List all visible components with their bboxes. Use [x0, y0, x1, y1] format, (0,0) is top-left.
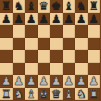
- piece-white-king: ♚: [39, 87, 49, 100]
- square-g1[interactable]: ♞: [75, 88, 88, 101]
- square-e5[interactable]: [50, 38, 63, 51]
- piece-black-pawn: ♟: [51, 12, 61, 25]
- piece-black-pawn: ♟: [39, 12, 49, 25]
- square-f6[interactable]: [63, 25, 76, 38]
- piece-white-knight: ♞: [14, 87, 24, 100]
- square-h1[interactable]: ♜: [88, 88, 101, 101]
- square-e7[interactable]: ♟: [50, 13, 63, 26]
- square-c5[interactable]: [25, 38, 38, 51]
- square-b5[interactable]: [13, 38, 26, 51]
- piece-black-pawn: ♟: [26, 12, 36, 25]
- square-c6[interactable]: [25, 25, 38, 38]
- square-a6[interactable]: [0, 25, 13, 38]
- piece-white-bishop: ♝: [26, 87, 36, 100]
- piece-white-knight: ♞: [76, 87, 86, 100]
- square-g5[interactable]: [75, 38, 88, 51]
- piece-black-pawn: ♟: [64, 12, 74, 25]
- square-g4[interactable]: [75, 50, 88, 63]
- square-g7[interactable]: ♟: [75, 13, 88, 26]
- square-b7[interactable]: ♟: [13, 13, 26, 26]
- square-a7[interactable]: ♟: [0, 13, 13, 26]
- square-c4[interactable]: [25, 50, 38, 63]
- square-h6[interactable]: [88, 25, 101, 38]
- square-c1[interactable]: ♝: [25, 88, 38, 101]
- square-b6[interactable]: [13, 25, 26, 38]
- square-e4[interactable]: [50, 50, 63, 63]
- square-h4[interactable]: [88, 50, 101, 63]
- square-f5[interactable]: [63, 38, 76, 51]
- square-f1[interactable]: ♝: [63, 88, 76, 101]
- square-b1[interactable]: ♞: [13, 88, 26, 101]
- piece-black-pawn: ♟: [14, 12, 24, 25]
- square-c7[interactable]: ♟: [25, 13, 38, 26]
- square-e6[interactable]: [50, 25, 63, 38]
- chess-board: ♜♞♝♛♚♝♞♜♟♟♟♟♟♟♟♟♟♟♟♟♟♟♟♟♜♞♝♚♛♝♞♜: [0, 0, 100, 100]
- square-h7[interactable]: ♟: [88, 13, 101, 26]
- piece-black-pawn: ♟: [89, 12, 99, 25]
- square-e1[interactable]: ♛: [50, 88, 63, 101]
- square-f4[interactable]: [63, 50, 76, 63]
- square-d4[interactable]: [38, 50, 51, 63]
- square-a1[interactable]: ♜: [0, 88, 13, 101]
- square-d1[interactable]: ♚: [38, 88, 51, 101]
- piece-white-bishop: ♝: [64, 87, 74, 100]
- piece-black-pawn: ♟: [76, 12, 86, 25]
- square-d5[interactable]: [38, 38, 51, 51]
- piece-white-rook: ♜: [1, 87, 11, 100]
- square-h5[interactable]: [88, 38, 101, 51]
- piece-black-pawn: ♟: [1, 12, 11, 25]
- square-a4[interactable]: [0, 50, 13, 63]
- square-f7[interactable]: ♟: [63, 13, 76, 26]
- square-d7[interactable]: ♟: [38, 13, 51, 26]
- square-g6[interactable]: [75, 25, 88, 38]
- piece-white-queen: ♛: [51, 87, 61, 100]
- square-a5[interactable]: [0, 38, 13, 51]
- piece-white-rook: ♜: [89, 87, 99, 100]
- square-b4[interactable]: [13, 50, 26, 63]
- square-d6[interactable]: [38, 25, 51, 38]
